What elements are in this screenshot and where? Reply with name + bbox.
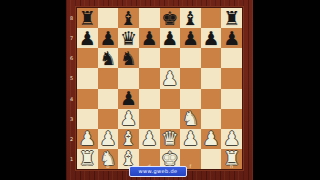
square-a4[interactable] xyxy=(77,89,98,109)
square-b5[interactable] xyxy=(98,68,119,88)
rank-label-1: 1 xyxy=(66,149,77,169)
square-b2[interactable]: ♟ xyxy=(98,129,119,149)
pillarbox-left xyxy=(0,0,66,180)
square-d2[interactable]: ♟ xyxy=(139,129,160,149)
square-h4[interactable] xyxy=(221,89,242,109)
square-c6[interactable]: ♞ xyxy=(118,48,139,68)
black-pawn-a7[interactable]: ♟ xyxy=(79,28,96,48)
square-a5[interactable] xyxy=(77,68,98,88)
rank-label-5: 5 xyxy=(66,68,77,88)
square-g6[interactable] xyxy=(201,48,222,68)
chess-board: ♜♝♚♝♜♟♟♛♟♟♟♟♟♞♞♟♟♟♞♟♟♝♟♛♟♟♟♜♞♝♚♜ xyxy=(77,8,242,169)
pillarbox-right xyxy=(253,0,320,180)
file-label-a: a xyxy=(77,162,98,170)
square-e3[interactable] xyxy=(160,109,181,129)
square-a8[interactable]: ♜ xyxy=(77,8,98,28)
white-queen-e2[interactable]: ♛ xyxy=(161,128,178,148)
black-pawn-d7[interactable]: ♟ xyxy=(141,28,158,48)
white-pawn-g2[interactable]: ♟ xyxy=(203,128,220,148)
black-rook-h8[interactable]: ♜ xyxy=(223,8,240,28)
rank-labels: 87654321 xyxy=(66,8,77,169)
file-label-g: g xyxy=(201,162,222,170)
white-pawn-f2[interactable]: ♟ xyxy=(182,128,199,148)
square-h2[interactable]: ♟ xyxy=(221,129,242,149)
black-pawn-f7[interactable]: ♟ xyxy=(182,28,199,48)
square-g2[interactable]: ♟ xyxy=(201,129,222,149)
black-pawn-e7[interactable]: ♟ xyxy=(161,28,178,48)
square-d5[interactable] xyxy=(139,68,160,88)
square-h7[interactable]: ♟ xyxy=(221,28,242,48)
square-e4[interactable] xyxy=(160,89,181,109)
square-f6[interactable] xyxy=(180,48,201,68)
square-g8[interactable] xyxy=(201,8,222,28)
square-c7[interactable]: ♛ xyxy=(118,28,139,48)
square-c3[interactable]: ♟ xyxy=(118,109,139,129)
black-bishop-c8[interactable]: ♝ xyxy=(120,8,137,28)
rank-label-4: 4 xyxy=(66,89,77,109)
black-king-e8[interactable]: ♚ xyxy=(161,8,178,28)
square-b3[interactable] xyxy=(98,109,119,129)
black-pawn-c4[interactable]: ♟ xyxy=(120,88,137,108)
square-f8[interactable]: ♝ xyxy=(180,8,201,28)
square-g3[interactable] xyxy=(201,109,222,129)
white-bishop-c2[interactable]: ♝ xyxy=(120,128,137,148)
black-pawn-g7[interactable]: ♟ xyxy=(203,28,220,48)
video-frame: 87654321 ♜♝♚♝♜♟♟♛♟♟♟♟♟♞♞♟♟♟♞♟♟♝♟♛♟♟♟♜♞♝♚… xyxy=(0,0,320,180)
square-e8[interactable]: ♚ xyxy=(160,8,181,28)
square-b7[interactable]: ♟ xyxy=(98,28,119,48)
square-a3[interactable] xyxy=(77,109,98,129)
square-a7[interactable]: ♟ xyxy=(77,28,98,48)
rank-label-3: 3 xyxy=(66,109,77,129)
square-d6[interactable] xyxy=(139,48,160,68)
square-c4[interactable]: ♟ xyxy=(118,89,139,109)
square-d4[interactable] xyxy=(139,89,160,109)
square-e2[interactable]: ♛ xyxy=(160,129,181,149)
black-knight-c6[interactable]: ♞ xyxy=(120,48,137,68)
rank-label-7: 7 xyxy=(66,28,77,48)
square-d8[interactable] xyxy=(139,8,160,28)
watermark-banner: www.gweb.de xyxy=(129,166,187,177)
square-h8[interactable]: ♜ xyxy=(221,8,242,28)
square-g7[interactable]: ♟ xyxy=(201,28,222,48)
black-bishop-f8[interactable]: ♝ xyxy=(182,8,199,28)
square-b4[interactable] xyxy=(98,89,119,109)
black-pawn-h7[interactable]: ♟ xyxy=(223,28,240,48)
square-h5[interactable] xyxy=(221,68,242,88)
white-pawn-e5[interactable]: ♟ xyxy=(161,68,178,88)
square-g4[interactable] xyxy=(201,89,222,109)
square-c5[interactable] xyxy=(118,68,139,88)
square-f3[interactable]: ♞ xyxy=(180,109,201,129)
black-knight-b6[interactable]: ♞ xyxy=(99,48,116,68)
square-f4[interactable] xyxy=(180,89,201,109)
file-label-b: b xyxy=(98,162,119,170)
white-pawn-d2[interactable]: ♟ xyxy=(141,128,158,148)
square-f7[interactable]: ♟ xyxy=(180,28,201,48)
square-c8[interactable]: ♝ xyxy=(118,8,139,28)
square-h3[interactable] xyxy=(221,109,242,129)
black-pawn-b7[interactable]: ♟ xyxy=(99,28,116,48)
square-e6[interactable] xyxy=(160,48,181,68)
black-rook-a8[interactable]: ♜ xyxy=(79,8,96,28)
square-h6[interactable] xyxy=(221,48,242,68)
square-e5[interactable]: ♟ xyxy=(160,68,181,88)
white-pawn-b2[interactable]: ♟ xyxy=(99,128,116,148)
square-d7[interactable]: ♟ xyxy=(139,28,160,48)
white-pawn-c3[interactable]: ♟ xyxy=(120,108,137,128)
square-c2[interactable]: ♝ xyxy=(118,129,139,149)
white-pawn-h2[interactable]: ♟ xyxy=(223,128,240,148)
white-knight-f3[interactable]: ♞ xyxy=(182,108,199,128)
square-a2[interactable]: ♟ xyxy=(77,129,98,149)
square-g5[interactable] xyxy=(201,68,222,88)
file-label-h: h xyxy=(221,162,242,170)
black-queen-c7[interactable]: ♛ xyxy=(120,28,137,48)
rank-label-8: 8 xyxy=(66,8,77,28)
square-f5[interactable] xyxy=(180,68,201,88)
square-a6[interactable] xyxy=(77,48,98,68)
square-e7[interactable]: ♟ xyxy=(160,28,181,48)
rank-label-6: 6 xyxy=(66,48,77,68)
white-pawn-a2[interactable]: ♟ xyxy=(79,128,96,148)
watermark-text: www.gweb.de xyxy=(138,169,177,174)
square-d3[interactable] xyxy=(139,109,160,129)
square-b6[interactable]: ♞ xyxy=(98,48,119,68)
square-b8[interactable] xyxy=(98,8,119,28)
square-f2[interactable]: ♟ xyxy=(180,129,201,149)
rank-label-2: 2 xyxy=(66,129,77,149)
